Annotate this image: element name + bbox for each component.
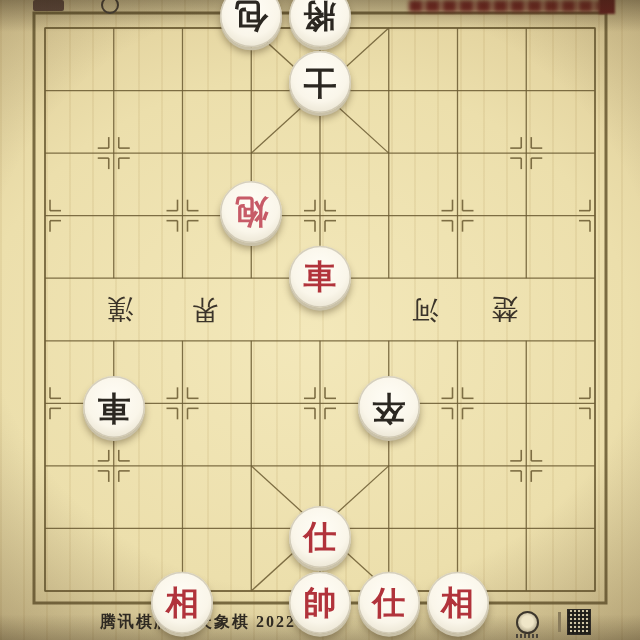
piece-glyph: 車: [97, 391, 130, 424]
black-soldier[interactable]: 卒: [358, 376, 420, 438]
black-chariot[interactable]: 車: [83, 376, 145, 438]
pieces-layer: 包將士車卒炮車仕相帥仕相: [11, 0, 630, 622]
footer-divider: [558, 612, 561, 632]
piece-glyph: 相: [166, 586, 199, 619]
piece-glyph: 仕: [372, 586, 405, 619]
top-right-corner-mark: [599, 0, 615, 14]
red-chariot[interactable]: 車: [289, 246, 351, 308]
black-advisor[interactable]: 士: [289, 50, 351, 112]
top-left-badge: [33, 0, 64, 11]
piece-glyph: 相: [441, 586, 474, 619]
piece-glyph: 將: [303, 0, 336, 33]
piece-glyph: 車: [303, 260, 336, 293]
red-cannon[interactable]: 炮: [220, 181, 282, 243]
red-advisor-2[interactable]: 仕: [358, 572, 420, 634]
piece-glyph: 帥: [303, 586, 336, 619]
piece-glyph: 炮: [235, 195, 268, 228]
tournament-emblem-icon: [516, 611, 539, 634]
red-general[interactable]: 帥: [289, 572, 351, 634]
piece-glyph: 包: [235, 0, 268, 33]
red-elephant-2[interactable]: 相: [427, 572, 489, 634]
black-general[interactable]: 將: [289, 0, 351, 47]
piece-glyph: 仕: [303, 521, 336, 554]
top-right-watermark: [409, 0, 601, 12]
qr-code-icon: [568, 610, 590, 634]
black-cannon[interactable]: 包: [220, 0, 282, 47]
red-advisor[interactable]: 仕: [289, 507, 351, 569]
xiangqi-photo: 漢界河楚 包將士車卒炮車仕相帥仕相 腾讯棋牌 天天象棋 2022 全国: [0, 0, 640, 640]
piece-glyph: 士: [303, 65, 336, 98]
red-elephant[interactable]: 相: [151, 572, 213, 634]
piece-glyph: 卒: [372, 391, 405, 424]
